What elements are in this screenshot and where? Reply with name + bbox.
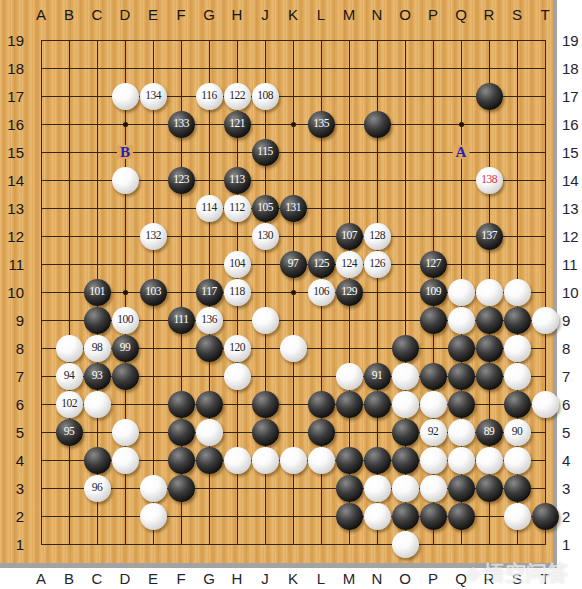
row-label-right: 1 — [562, 536, 570, 553]
white-stone-130: 130 — [252, 223, 279, 250]
black-stone-105: 105 — [252, 195, 279, 222]
black-stone-123: 123 — [168, 167, 195, 194]
row-label-left: 4 — [2, 452, 24, 469]
move-number: 134 — [145, 90, 161, 102]
move-number: 137 — [481, 230, 497, 242]
move-number: 127 — [425, 258, 441, 270]
column-label-bottom: H — [232, 570, 243, 587]
white-stone — [308, 447, 335, 474]
black-stone — [448, 391, 475, 418]
column-label-bottom: L — [317, 570, 325, 587]
black-stone-93: 93 — [84, 363, 111, 390]
black-stone — [336, 391, 363, 418]
column-label-top: A — [36, 6, 46, 23]
black-stone — [336, 475, 363, 502]
point-marker-B: B — [117, 145, 133, 159]
column-label-top: T — [540, 6, 549, 23]
row-label-right: 10 — [562, 284, 579, 301]
row-label-left: 3 — [2, 480, 24, 497]
white-stone — [504, 279, 531, 306]
black-stone — [168, 391, 195, 418]
move-number: 132 — [145, 230, 161, 242]
row-label-left: 14 — [2, 172, 24, 189]
row-label-left: 18 — [2, 60, 24, 77]
move-number: 91 — [372, 370, 383, 382]
row-label-right: 17 — [562, 88, 579, 105]
white-stone-132: 132 — [140, 223, 167, 250]
move-number: 135 — [313, 118, 329, 130]
white-stone — [504, 503, 531, 530]
column-label-bottom: R — [484, 570, 495, 587]
star-point — [459, 122, 464, 127]
white-stone — [364, 475, 391, 502]
star-point — [291, 122, 296, 127]
move-number: 108 — [257, 90, 273, 102]
row-label-left: 17 — [2, 88, 24, 105]
white-stone — [420, 447, 447, 474]
go-board-diagram: 1341161221081331211351151231131381141121… — [0, 0, 582, 589]
column-label-bottom: P — [428, 570, 438, 587]
black-stone — [84, 307, 111, 334]
row-label-right: 3 — [562, 480, 570, 497]
white-stone — [532, 307, 559, 334]
move-number: 114 — [201, 202, 216, 214]
column-label-bottom: N — [372, 570, 383, 587]
row-label-right: 2 — [562, 508, 570, 525]
black-stone-99: 99 — [112, 335, 139, 362]
column-label-top: N — [372, 6, 383, 23]
white-stone-120: 120 — [224, 335, 251, 362]
star-point — [123, 290, 128, 295]
black-stone — [196, 335, 223, 362]
black-stone — [252, 391, 279, 418]
star-point — [291, 290, 296, 295]
white-stone — [140, 475, 167, 502]
white-stone — [112, 447, 139, 474]
column-label-top: Q — [455, 6, 467, 23]
row-label-left: 5 — [2, 424, 24, 441]
move-number: 102 — [61, 398, 77, 410]
black-stone — [448, 503, 475, 530]
column-label-top: D — [120, 6, 131, 23]
black-stone-121: 121 — [224, 111, 251, 138]
white-stone — [392, 363, 419, 390]
column-label-bottom: G — [203, 570, 215, 587]
row-label-right: 8 — [562, 340, 570, 357]
black-stone-131: 131 — [280, 195, 307, 222]
move-number: 94 — [64, 370, 75, 382]
white-stone — [392, 391, 419, 418]
black-stone — [252, 419, 279, 446]
black-stone-127: 127 — [420, 251, 447, 278]
column-label-top: K — [288, 6, 298, 23]
move-number: 106 — [313, 286, 329, 298]
white-stone — [364, 503, 391, 530]
white-stone — [56, 335, 83, 362]
point-marker-A: A — [453, 145, 470, 159]
column-label-bottom: T — [540, 570, 549, 587]
row-label-left: 15 — [2, 144, 24, 161]
white-stone — [448, 279, 475, 306]
row-label-left: 9 — [2, 312, 24, 329]
column-label-top: E — [148, 6, 158, 23]
black-stone-101: 101 — [84, 279, 111, 306]
black-stone — [196, 391, 223, 418]
black-stone — [420, 363, 447, 390]
black-stone-95: 95 — [56, 419, 83, 446]
white-stone — [112, 167, 139, 194]
move-number: 104 — [229, 258, 245, 270]
white-stone — [224, 363, 251, 390]
white-stone — [280, 335, 307, 362]
move-number: 98 — [92, 342, 103, 354]
white-stone — [112, 419, 139, 446]
column-label-bottom: D — [120, 570, 131, 587]
white-stone — [476, 447, 503, 474]
column-label-top: C — [92, 6, 103, 23]
move-number: 101 — [89, 286, 105, 298]
row-label-right: 12 — [562, 228, 579, 245]
white-stone-138: 138 — [476, 167, 503, 194]
move-number: 112 — [229, 202, 244, 214]
white-stone-96: 96 — [84, 475, 111, 502]
row-label-left: 1 — [2, 536, 24, 553]
move-number: 97 — [288, 258, 299, 270]
black-stone — [392, 419, 419, 446]
black-stone — [476, 363, 503, 390]
black-stone — [392, 503, 419, 530]
row-label-left: 12 — [2, 228, 24, 245]
row-label-left: 7 — [2, 368, 24, 385]
column-label-top: R — [484, 6, 495, 23]
black-stone-117: 117 — [196, 279, 223, 306]
move-number: 121 — [229, 118, 245, 130]
white-stone-104: 104 — [224, 251, 251, 278]
move-number: 126 — [369, 258, 385, 270]
black-stone — [448, 475, 475, 502]
move-number: 131 — [285, 202, 301, 214]
white-stone-126: 126 — [364, 251, 391, 278]
move-number: 115 — [257, 146, 272, 158]
black-stone-91: 91 — [364, 363, 391, 390]
column-label-top: P — [428, 6, 438, 23]
black-stone-111: 111 — [168, 307, 195, 334]
move-number: 93 — [92, 370, 103, 382]
white-stone — [504, 447, 531, 474]
column-label-bottom: K — [288, 570, 298, 587]
row-label-right: 4 — [562, 452, 570, 469]
black-stone — [420, 503, 447, 530]
black-stone — [532, 503, 559, 530]
black-stone-125: 125 — [308, 251, 335, 278]
white-stone-128: 128 — [364, 223, 391, 250]
white-stone — [448, 419, 475, 446]
row-label-left: 2 — [2, 508, 24, 525]
move-number: 109 — [425, 286, 441, 298]
white-stone — [392, 531, 419, 558]
white-stone-118: 118 — [224, 279, 251, 306]
black-stone — [364, 391, 391, 418]
white-stone-114: 114 — [196, 195, 223, 222]
black-stone — [168, 419, 195, 446]
white-stone-112: 112 — [224, 195, 251, 222]
move-number: 133 — [173, 118, 189, 130]
row-label-left: 8 — [2, 340, 24, 357]
black-stone-135: 135 — [308, 111, 335, 138]
move-number: 111 — [174, 314, 189, 326]
move-number: 95 — [64, 426, 75, 438]
black-stone — [168, 475, 195, 502]
column-label-top: F — [176, 6, 185, 23]
row-label-right: 11 — [562, 256, 578, 273]
column-label-top: H — [232, 6, 243, 23]
move-number: 129 — [341, 286, 357, 298]
row-label-left: 19 — [2, 32, 24, 49]
move-number: 124 — [341, 258, 357, 270]
row-label-left: 13 — [2, 200, 24, 217]
move-number: 90 — [512, 426, 523, 438]
white-stone — [476, 279, 503, 306]
black-stone — [448, 363, 475, 390]
black-stone — [392, 335, 419, 362]
black-stone-89: 89 — [476, 419, 503, 446]
black-stone — [476, 83, 503, 110]
row-label-right: 9 — [562, 312, 570, 329]
black-stone — [336, 503, 363, 530]
column-label-bottom: C — [92, 570, 103, 587]
row-label-right: 6 — [562, 396, 570, 413]
row-label-left: 6 — [2, 396, 24, 413]
black-stone-109: 109 — [420, 279, 447, 306]
white-stone — [448, 447, 475, 474]
move-number: 105 — [257, 202, 273, 214]
white-stone-134: 134 — [140, 83, 167, 110]
black-stone-97: 97 — [280, 251, 307, 278]
move-number: 118 — [229, 286, 244, 298]
black-stone — [392, 447, 419, 474]
black-stone — [308, 391, 335, 418]
column-label-bottom: J — [261, 570, 269, 587]
column-label-top: M — [343, 6, 356, 23]
move-number: 99 — [120, 342, 131, 354]
black-stone-113: 113 — [224, 167, 251, 194]
white-stone-100: 100 — [112, 307, 139, 334]
white-stone-116: 116 — [196, 83, 223, 110]
move-number: 128 — [369, 230, 385, 242]
column-label-bottom: S — [512, 570, 522, 587]
row-label-left: 16 — [2, 116, 24, 133]
black-stone — [196, 447, 223, 474]
row-label-right: 5 — [562, 424, 570, 441]
move-number: 113 — [229, 174, 244, 186]
star-point — [123, 122, 128, 127]
move-number: 100 — [117, 314, 133, 326]
white-stone — [252, 447, 279, 474]
move-number: 96 — [92, 482, 103, 494]
move-number: 125 — [313, 258, 329, 270]
black-stone-115: 115 — [252, 139, 279, 166]
grid-line-horizontal — [41, 544, 546, 545]
white-stone — [140, 503, 167, 530]
move-number: 92 — [428, 426, 439, 438]
white-stone-124: 124 — [336, 251, 363, 278]
move-number: 117 — [201, 286, 216, 298]
white-stone-94: 94 — [56, 363, 83, 390]
white-stone-122: 122 — [224, 83, 251, 110]
column-label-top: L — [317, 6, 325, 23]
move-number: 138 — [481, 174, 497, 186]
move-number: 122 — [229, 90, 245, 102]
row-label-right: 14 — [562, 172, 579, 189]
white-stone — [392, 475, 419, 502]
white-stone-102: 102 — [56, 391, 83, 418]
move-number: 136 — [201, 314, 217, 326]
black-stone — [364, 447, 391, 474]
black-stone — [504, 391, 531, 418]
move-number: 130 — [257, 230, 273, 242]
black-stone — [168, 447, 195, 474]
black-stone-107: 107 — [336, 223, 363, 250]
row-label-left: 11 — [2, 256, 24, 273]
black-stone — [336, 447, 363, 474]
column-label-bottom: Q — [455, 570, 467, 587]
white-stone-92: 92 — [420, 419, 447, 446]
black-stone — [112, 363, 139, 390]
move-number: 123 — [173, 174, 189, 186]
white-stone — [420, 475, 447, 502]
grid-line-vertical — [545, 40, 546, 545]
black-stone — [476, 335, 503, 362]
black-stone-129: 129 — [336, 279, 363, 306]
white-stone — [532, 391, 559, 418]
black-stone-103: 103 — [140, 279, 167, 306]
black-stone — [476, 307, 503, 334]
black-stone — [504, 307, 531, 334]
black-stone-133: 133 — [168, 111, 195, 138]
column-label-bottom: A — [36, 570, 46, 587]
white-stone — [420, 391, 447, 418]
row-label-right: 13 — [562, 200, 579, 217]
row-label-left: 10 — [2, 284, 24, 301]
white-stone — [196, 419, 223, 446]
column-label-bottom: F — [176, 570, 185, 587]
black-stone — [504, 475, 531, 502]
black-stone — [476, 475, 503, 502]
black-stone — [420, 307, 447, 334]
row-label-right: 15 — [562, 144, 579, 161]
white-stone — [112, 83, 139, 110]
row-label-right: 16 — [562, 116, 579, 133]
white-stone — [336, 363, 363, 390]
move-number: 103 — [145, 286, 161, 298]
black-stone — [84, 447, 111, 474]
white-stone-108: 108 — [252, 83, 279, 110]
white-stone — [504, 335, 531, 362]
column-label-top: J — [261, 6, 269, 23]
column-label-top: G — [203, 6, 215, 23]
move-number: 116 — [201, 90, 216, 102]
move-number: 107 — [341, 230, 357, 242]
black-stone — [308, 419, 335, 446]
column-label-bottom: M — [343, 570, 356, 587]
white-stone — [224, 447, 251, 474]
row-label-right: 19 — [562, 32, 579, 49]
column-label-top: B — [64, 6, 74, 23]
black-stone — [448, 335, 475, 362]
column-label-bottom: O — [399, 570, 411, 587]
move-number: 120 — [229, 342, 245, 354]
row-label-right: 18 — [562, 60, 579, 77]
white-stone-136: 136 — [196, 307, 223, 334]
column-label-bottom: B — [64, 570, 74, 587]
white-stone-90: 90 — [504, 419, 531, 446]
column-label-top: S — [512, 6, 522, 23]
white-stone — [84, 391, 111, 418]
column-label-bottom: E — [148, 570, 158, 587]
column-label-top: O — [399, 6, 411, 23]
white-stone-98: 98 — [84, 335, 111, 362]
white-stone — [504, 363, 531, 390]
white-stone-106: 106 — [308, 279, 335, 306]
black-stone-137: 137 — [476, 223, 503, 250]
row-label-right: 7 — [562, 368, 570, 385]
white-stone — [252, 307, 279, 334]
white-stone — [448, 307, 475, 334]
move-number: 89 — [484, 426, 495, 438]
white-stone — [280, 447, 307, 474]
black-stone — [364, 111, 391, 138]
